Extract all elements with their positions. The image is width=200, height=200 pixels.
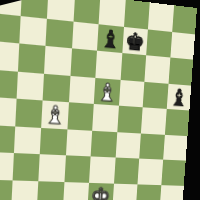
- square-c3[interactable]: [40, 127, 67, 155]
- square-b3[interactable]: [13, 126, 41, 154]
- square-e5[interactable]: ♝: [94, 77, 120, 105]
- square-g3[interactable]: [139, 133, 164, 160]
- square-f2[interactable]: [114, 157, 140, 183]
- square-e7[interactable]: ♝: [97, 24, 124, 53]
- square-g5[interactable]: [143, 81, 168, 109]
- square-d5[interactable]: [68, 75, 95, 104]
- square-a6[interactable]: [0, 41, 19, 71]
- square-g1[interactable]: [136, 184, 161, 200]
- square-f3[interactable]: [115, 132, 141, 159]
- square-c6[interactable]: [44, 46, 72, 75]
- square-b1[interactable]: [11, 180, 39, 200]
- square-c5[interactable]: [43, 73, 70, 102]
- square-c4[interactable]: ♝: [41, 100, 68, 128]
- piece-black-bishop[interactable]: ♝: [166, 83, 191, 110]
- square-g6[interactable]: [144, 55, 170, 83]
- square-d7[interactable]: [72, 21, 99, 51]
- square-h5[interactable]: ♝: [166, 83, 191, 110]
- square-e4[interactable]: [92, 104, 118, 132]
- square-h2[interactable]: [161, 160, 186, 186]
- square-g2[interactable]: [137, 159, 162, 185]
- square-d8[interactable]: [73, 0, 100, 24]
- square-f7[interactable]: ♚: [122, 26, 148, 55]
- square-e3[interactable]: [91, 130, 117, 157]
- square-d6[interactable]: [70, 48, 97, 77]
- piece-white-king[interactable]: ♚: [88, 182, 114, 200]
- square-e8[interactable]: [99, 0, 126, 26]
- app-background: ♝♚♝♝♝♚: [0, 0, 200, 200]
- square-f5[interactable]: [119, 79, 145, 107]
- square-h8[interactable]: [172, 5, 197, 34]
- square-e6[interactable]: [95, 51, 121, 80]
- square-a5[interactable]: [0, 69, 17, 99]
- square-g8[interactable]: [148, 2, 174, 31]
- piece-white-bishop[interactable]: ♝: [94, 77, 120, 105]
- square-e1[interactable]: ♚: [88, 182, 114, 200]
- square-h6[interactable]: [168, 57, 193, 85]
- square-a3[interactable]: [0, 124, 15, 153]
- square-f1[interactable]: [112, 183, 138, 200]
- square-c2[interactable]: [38, 154, 65, 181]
- square-b5[interactable]: [16, 71, 44, 100]
- square-f8[interactable]: [124, 0, 150, 29]
- square-d4[interactable]: [67, 102, 94, 130]
- square-b2[interactable]: [12, 153, 40, 181]
- piece-black-king[interactable]: ♚: [122, 26, 148, 55]
- chess-board[interactable]: ♝♚♝♝♝♚: [0, 0, 197, 200]
- square-c7[interactable]: [45, 18, 73, 48]
- piece-white-bishop[interactable]: ♝: [41, 100, 68, 128]
- square-b6[interactable]: [17, 43, 45, 73]
- square-b7[interactable]: [19, 15, 47, 45]
- square-g4[interactable]: [141, 107, 166, 134]
- piece-black-bishop[interactable]: ♝: [97, 24, 124, 53]
- square-h3[interactable]: [163, 134, 188, 160]
- square-b4[interactable]: [15, 99, 43, 128]
- square-h4[interactable]: [164, 109, 189, 136]
- square-f6[interactable]: [120, 53, 146, 81]
- square-h1[interactable]: [159, 185, 184, 200]
- square-c1[interactable]: [37, 181, 64, 200]
- square-d1[interactable]: [63, 182, 90, 200]
- square-a4[interactable]: [0, 97, 16, 126]
- square-e2[interactable]: [89, 156, 115, 183]
- square-g7[interactable]: [146, 29, 172, 58]
- square-a7[interactable]: [0, 13, 20, 44]
- square-d3[interactable]: [65, 129, 92, 157]
- square-h7[interactable]: [170, 31, 195, 59]
- square-f4[interactable]: [117, 106, 143, 133]
- square-d2[interactable]: [64, 155, 91, 182]
